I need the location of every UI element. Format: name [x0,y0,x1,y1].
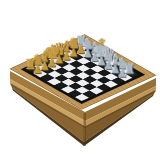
box-corner-shadow [84,113,87,146]
chess-set-product-photo: ♜♞♝♚♆♛♝♞♜♞♟♟♟♟♟♟♟♝♟♛♟♚♟♝♟♞♟♜♟ [0,0,160,160]
